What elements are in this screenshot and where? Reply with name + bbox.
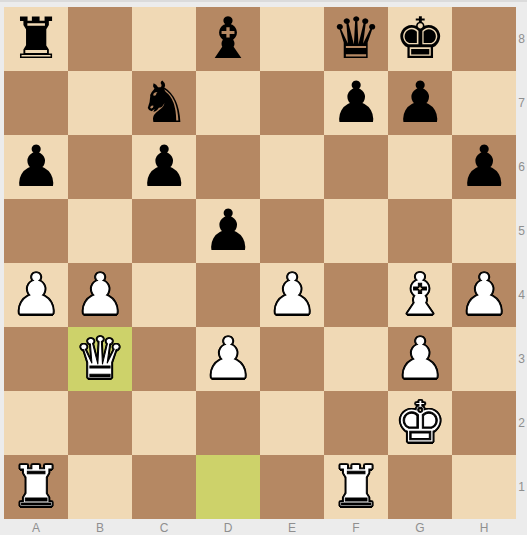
rank-label-5: 5 xyxy=(516,199,527,263)
piece-black-pawn[interactable]: ♟ xyxy=(458,138,509,195)
square-b1[interactable] xyxy=(68,455,132,519)
square-d8[interactable]: ♝ xyxy=(196,7,260,71)
piece-white-bishop[interactable]: ♝ xyxy=(394,266,445,323)
square-e3[interactable] xyxy=(260,327,324,391)
square-d5[interactable]: ♟ xyxy=(196,199,260,263)
file-label-e: E xyxy=(260,519,324,535)
square-d4[interactable] xyxy=(196,263,260,327)
square-c7[interactable]: ♞ xyxy=(132,71,196,135)
file-label-h: H xyxy=(452,519,516,535)
square-c5[interactable] xyxy=(132,199,196,263)
square-h8[interactable] xyxy=(452,7,516,71)
file-label-g: G xyxy=(388,519,452,535)
square-a3[interactable] xyxy=(4,327,68,391)
square-a1[interactable]: ♜ xyxy=(4,455,68,519)
piece-white-pawn[interactable]: ♟ xyxy=(266,266,317,323)
square-d2[interactable] xyxy=(196,391,260,455)
square-f6[interactable] xyxy=(324,135,388,199)
square-f2[interactable] xyxy=(324,391,388,455)
square-h3[interactable] xyxy=(452,327,516,391)
square-d1[interactable] xyxy=(196,455,260,519)
square-h1[interactable] xyxy=(452,455,516,519)
file-label-c: C xyxy=(132,519,196,535)
square-g1[interactable] xyxy=(388,455,452,519)
rank-label-8: 8 xyxy=(516,7,527,71)
square-c2[interactable] xyxy=(132,391,196,455)
square-e2[interactable] xyxy=(260,391,324,455)
piece-black-pawn[interactable]: ♟ xyxy=(138,138,189,195)
piece-white-pawn[interactable]: ♟ xyxy=(394,330,445,387)
square-a2[interactable] xyxy=(4,391,68,455)
piece-black-bishop[interactable]: ♝ xyxy=(202,10,253,67)
piece-white-pawn[interactable]: ♟ xyxy=(10,266,61,323)
square-f3[interactable] xyxy=(324,327,388,391)
square-a5[interactable] xyxy=(4,199,68,263)
square-g5[interactable] xyxy=(388,199,452,263)
rank-label-7: 7 xyxy=(516,71,527,135)
square-b2[interactable] xyxy=(68,391,132,455)
square-h7[interactable] xyxy=(452,71,516,135)
rank-labels: 87654321 xyxy=(516,7,527,519)
square-h2[interactable] xyxy=(452,391,516,455)
piece-white-pawn[interactable]: ♟ xyxy=(202,330,253,387)
square-f8[interactable]: ♛ xyxy=(324,7,388,71)
square-f1[interactable]: ♜ xyxy=(324,455,388,519)
square-c6[interactable]: ♟ xyxy=(132,135,196,199)
square-e4[interactable]: ♟ xyxy=(260,263,324,327)
piece-white-queen[interactable]: ♛ xyxy=(74,330,125,387)
rank-label-3: 3 xyxy=(516,327,527,391)
square-a8[interactable]: ♜ xyxy=(4,7,68,71)
square-b4[interactable]: ♟ xyxy=(68,263,132,327)
file-label-f: F xyxy=(324,519,388,535)
chess-board: ♜♝♛♚♞♟♟♟♟♟♟♟♟♟♝♟♛♟♟♚♜♜ xyxy=(4,7,516,519)
rank-label-1: 1 xyxy=(516,455,527,519)
square-c3[interactable] xyxy=(132,327,196,391)
square-a4[interactable]: ♟ xyxy=(4,263,68,327)
square-b5[interactable] xyxy=(68,199,132,263)
file-label-d: D xyxy=(196,519,260,535)
square-g4[interactable]: ♝ xyxy=(388,263,452,327)
piece-white-king[interactable]: ♚ xyxy=(394,394,445,451)
piece-black-rook[interactable]: ♜ xyxy=(10,10,61,67)
piece-white-rook[interactable]: ♜ xyxy=(10,458,61,515)
square-g2[interactable]: ♚ xyxy=(388,391,452,455)
piece-black-pawn[interactable]: ♟ xyxy=(202,202,253,259)
piece-black-queen[interactable]: ♛ xyxy=(330,10,381,67)
piece-white-rook[interactable]: ♜ xyxy=(330,458,381,515)
square-b8[interactable] xyxy=(68,7,132,71)
square-a6[interactable]: ♟ xyxy=(4,135,68,199)
square-e1[interactable] xyxy=(260,455,324,519)
square-c4[interactable] xyxy=(132,263,196,327)
file-label-b: B xyxy=(68,519,132,535)
piece-black-king[interactable]: ♚ xyxy=(394,10,445,67)
square-g7[interactable]: ♟ xyxy=(388,71,452,135)
square-e5[interactable] xyxy=(260,199,324,263)
square-e7[interactable] xyxy=(260,71,324,135)
square-d6[interactable] xyxy=(196,135,260,199)
chess-app: { "game": "chess", "position": { "fen": … xyxy=(0,0,527,535)
square-h5[interactable] xyxy=(452,199,516,263)
piece-black-pawn[interactable]: ♟ xyxy=(394,74,445,131)
square-d3[interactable]: ♟ xyxy=(196,327,260,391)
rank-label-6: 6 xyxy=(516,135,527,199)
piece-white-pawn[interactable]: ♟ xyxy=(74,266,125,323)
piece-black-knight[interactable]: ♞ xyxy=(138,74,189,131)
square-e8[interactable] xyxy=(260,7,324,71)
square-b7[interactable] xyxy=(68,71,132,135)
square-e6[interactable] xyxy=(260,135,324,199)
square-d7[interactable] xyxy=(196,71,260,135)
square-h6[interactable]: ♟ xyxy=(452,135,516,199)
square-h4[interactable]: ♟ xyxy=(452,263,516,327)
square-c8[interactable] xyxy=(132,7,196,71)
piece-white-pawn[interactable]: ♟ xyxy=(458,266,509,323)
rank-label-4: 4 xyxy=(516,263,527,327)
square-f5[interactable] xyxy=(324,199,388,263)
square-g3[interactable]: ♟ xyxy=(388,327,452,391)
square-f7[interactable]: ♟ xyxy=(324,71,388,135)
square-g8[interactable]: ♚ xyxy=(388,7,452,71)
file-label-a: A xyxy=(4,519,68,535)
square-a7[interactable] xyxy=(4,71,68,135)
piece-black-pawn[interactable]: ♟ xyxy=(330,74,381,131)
square-c1[interactable] xyxy=(132,455,196,519)
square-b6[interactable] xyxy=(68,135,132,199)
piece-black-pawn[interactable]: ♟ xyxy=(10,138,61,195)
file-labels: ABCDEFGH xyxy=(4,519,516,535)
square-f4[interactable] xyxy=(324,263,388,327)
rank-label-2: 2 xyxy=(516,391,527,455)
square-b3[interactable]: ♛ xyxy=(68,327,132,391)
square-g6[interactable] xyxy=(388,135,452,199)
